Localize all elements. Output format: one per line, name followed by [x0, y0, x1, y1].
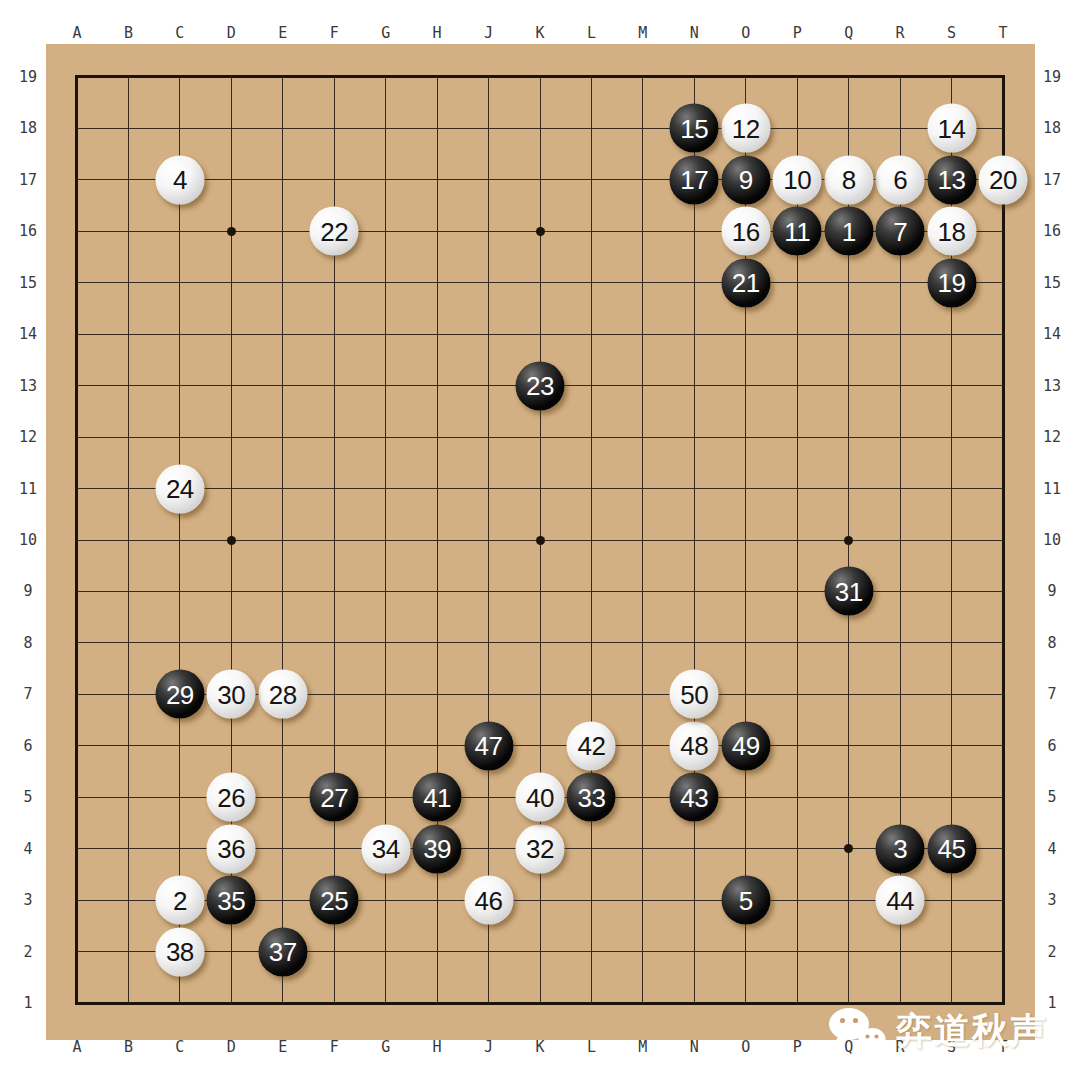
stone-black-7: 7: [876, 207, 925, 256]
move-number: 31: [835, 578, 863, 604]
row-label-right: 4: [1047, 840, 1056, 858]
move-number: 26: [217, 784, 245, 810]
row-label-right: 14: [1043, 325, 1061, 343]
stone-black-1: 1: [824, 207, 873, 256]
stone-black-49: 49: [721, 721, 770, 770]
column-label-bottom: A: [72, 1038, 81, 1056]
column-label-top: O: [741, 24, 750, 42]
stone-black-47: 47: [464, 721, 513, 770]
stone-black-11: 11: [773, 207, 822, 256]
column-label-bottom: R: [896, 1038, 905, 1056]
stone-white-32: 32: [516, 824, 565, 873]
move-number: 12: [732, 115, 760, 141]
column-label-bottom: E: [278, 1038, 287, 1056]
stone-black-9: 9: [721, 155, 770, 204]
move-number: 23: [526, 373, 554, 399]
row-label-right: 16: [1043, 222, 1061, 240]
move-number: 48: [680, 733, 708, 759]
move-number: 41: [423, 784, 451, 810]
stone-black-41: 41: [413, 773, 462, 822]
move-number: 13: [938, 167, 966, 193]
row-label-right: 5: [1047, 788, 1056, 806]
row-label-right: 15: [1043, 274, 1061, 292]
row-label-left: 2: [23, 943, 32, 961]
grid-line-vertical: [591, 77, 592, 1003]
stone-white-20: 20: [979, 155, 1028, 204]
move-number: 28: [269, 681, 297, 707]
stone-black-17: 17: [670, 155, 719, 204]
row-label-right: 2: [1047, 943, 1056, 961]
move-number: 18: [938, 218, 966, 244]
column-label-bottom: K: [535, 1038, 544, 1056]
stone-black-33: 33: [567, 773, 616, 822]
move-number: 50: [680, 681, 708, 707]
column-label-top: Q: [844, 24, 853, 42]
column-label-bottom: N: [690, 1038, 699, 1056]
column-label-bottom: P: [793, 1038, 802, 1056]
column-label-top: E: [278, 24, 287, 42]
stone-black-27: 27: [310, 773, 359, 822]
star-point: [227, 536, 236, 545]
stone-black-13: 13: [927, 155, 976, 204]
row-label-left: 10: [19, 531, 37, 549]
row-label-left: 6: [23, 737, 32, 755]
stone-white-24: 24: [155, 464, 204, 513]
move-number: 30: [217, 681, 245, 707]
move-number: 16: [732, 218, 760, 244]
move-number: 2: [173, 887, 187, 913]
column-label-bottom: C: [175, 1038, 184, 1056]
move-number: 22: [320, 218, 348, 244]
row-label-left: 4: [23, 840, 32, 858]
star-point: [227, 227, 236, 236]
stone-white-34: 34: [361, 824, 410, 873]
column-label-top: N: [690, 24, 699, 42]
column-label-bottom: O: [741, 1038, 750, 1056]
move-number: 1: [842, 218, 856, 244]
stone-white-18: 18: [927, 207, 976, 256]
row-label-left: 17: [19, 171, 37, 189]
go-move-diagram: AABBCCDDEEFFGGHHJJKKLLMMNNOOPPQQRRSSTT19…: [0, 0, 1080, 1080]
row-label-right: 18: [1043, 119, 1061, 137]
star-point: [536, 227, 545, 236]
move-number: 34: [372, 836, 400, 862]
column-label-top: F: [330, 24, 339, 42]
stone-white-2: 2: [155, 876, 204, 925]
stone-white-28: 28: [258, 670, 307, 719]
grid-line-horizontal: [77, 642, 1003, 643]
row-label-left: 16: [19, 222, 37, 240]
move-number: 43: [680, 784, 708, 810]
stone-white-6: 6: [876, 155, 925, 204]
row-label-left: 14: [19, 325, 37, 343]
stone-white-40: 40: [516, 773, 565, 822]
stone-black-25: 25: [310, 876, 359, 925]
move-number: 36: [217, 836, 245, 862]
column-label-bottom: L: [587, 1038, 596, 1056]
move-number: 44: [886, 887, 914, 913]
row-label-right: 1: [1047, 994, 1056, 1012]
column-label-bottom: F: [330, 1038, 339, 1056]
move-number: 24: [166, 476, 194, 502]
column-label-bottom: B: [124, 1038, 133, 1056]
stone-white-4: 4: [155, 155, 204, 204]
row-label-left: 19: [19, 68, 37, 86]
move-number: 47: [475, 733, 503, 759]
row-label-right: 12: [1043, 428, 1061, 446]
column-label-bottom: T: [998, 1038, 1007, 1056]
move-number: 46: [475, 887, 503, 913]
row-label-left: 5: [23, 788, 32, 806]
row-label-left: 12: [19, 428, 37, 446]
move-number: 19: [938, 270, 966, 296]
column-label-top: B: [124, 24, 133, 42]
move-number: 6: [893, 167, 907, 193]
column-label-bottom: H: [433, 1038, 442, 1056]
row-label-left: 1: [23, 994, 32, 1012]
move-number: 11: [784, 218, 810, 244]
row-label-left: 9: [23, 582, 32, 600]
move-number: 21: [732, 270, 760, 296]
row-label-left: 3: [23, 891, 32, 909]
move-number: 29: [166, 681, 194, 707]
move-number: 35: [217, 887, 245, 913]
column-label-bottom: Q: [844, 1038, 853, 1056]
stone-black-19: 19: [927, 258, 976, 307]
move-number: 17: [680, 167, 708, 193]
stone-black-35: 35: [207, 876, 256, 925]
row-label-left: 18: [19, 119, 37, 137]
row-label-right: 11: [1043, 480, 1061, 498]
stone-white-50: 50: [670, 670, 719, 719]
row-label-right: 17: [1043, 171, 1061, 189]
row-label-left: 7: [23, 685, 32, 703]
stone-white-36: 36: [207, 824, 256, 873]
row-label-left: 11: [19, 480, 37, 498]
move-number: 5: [739, 887, 753, 913]
column-label-top: T: [998, 24, 1007, 42]
stone-white-10: 10: [773, 155, 822, 204]
move-number: 14: [938, 115, 966, 141]
move-number: 40: [526, 784, 554, 810]
stone-black-39: 39: [413, 824, 462, 873]
grid-line-horizontal: [77, 951, 1003, 952]
stone-white-48: 48: [670, 721, 719, 770]
row-label-right: 13: [1043, 377, 1061, 395]
stone-black-5: 5: [721, 876, 770, 925]
move-number: 7: [893, 218, 907, 244]
column-label-top: K: [535, 24, 544, 42]
stone-white-44: 44: [876, 876, 925, 925]
move-number: 27: [320, 784, 348, 810]
stone-black-15: 15: [670, 104, 719, 153]
stone-white-8: 8: [824, 155, 873, 204]
stone-white-16: 16: [721, 207, 770, 256]
move-number: 3: [893, 836, 907, 862]
row-label-right: 19: [1043, 68, 1061, 86]
column-label-bottom: D: [227, 1038, 236, 1056]
stone-black-23: 23: [516, 361, 565, 410]
stone-black-45: 45: [927, 824, 976, 873]
move-number: 15: [680, 115, 708, 141]
stone-black-31: 31: [824, 567, 873, 616]
grid-line-horizontal: [77, 745, 1003, 746]
move-number: 20: [989, 167, 1017, 193]
row-label-right: 10: [1043, 531, 1061, 549]
row-label-right: 7: [1047, 685, 1056, 703]
column-label-top: C: [175, 24, 184, 42]
move-number: 4: [173, 167, 187, 193]
stone-black-29: 29: [155, 670, 204, 719]
move-number: 38: [166, 939, 194, 965]
stone-black-37: 37: [258, 927, 307, 976]
column-label-top: S: [947, 24, 956, 42]
stone-white-26: 26: [207, 773, 256, 822]
column-label-bottom: M: [638, 1038, 647, 1056]
row-label-right: 9: [1047, 582, 1056, 600]
row-label-left: 8: [23, 634, 32, 652]
move-number: 45: [938, 836, 966, 862]
move-number: 42: [577, 733, 605, 759]
move-number: 10: [783, 167, 811, 193]
row-label-left: 13: [19, 377, 37, 395]
move-number: 8: [842, 167, 856, 193]
stone-black-3: 3: [876, 824, 925, 873]
stone-white-38: 38: [155, 927, 204, 976]
column-label-top: M: [638, 24, 647, 42]
move-number: 49: [732, 733, 760, 759]
star-point: [844, 536, 853, 545]
grid-line-vertical: [694, 77, 695, 1003]
move-number: 9: [739, 167, 753, 193]
column-label-bottom: G: [381, 1038, 390, 1056]
stone-white-22: 22: [310, 207, 359, 256]
row-label-right: 8: [1047, 634, 1056, 652]
move-number: 39: [423, 836, 451, 862]
column-label-top: G: [381, 24, 390, 42]
stone-black-43: 43: [670, 773, 719, 822]
stone-white-30: 30: [207, 670, 256, 719]
column-label-top: A: [72, 24, 81, 42]
column-label-top: R: [896, 24, 905, 42]
stone-white-46: 46: [464, 876, 513, 925]
column-label-top: D: [227, 24, 236, 42]
star-point: [536, 536, 545, 545]
stone-black-21: 21: [721, 258, 770, 307]
row-label-right: 6: [1047, 737, 1056, 755]
column-label-top: P: [793, 24, 802, 42]
column-label-top: J: [484, 24, 493, 42]
stone-white-12: 12: [721, 104, 770, 153]
move-number: 37: [269, 939, 297, 965]
column-label-top: L: [587, 24, 596, 42]
move-number: 32: [526, 836, 554, 862]
column-label-top: H: [433, 24, 442, 42]
column-label-bottom: J: [484, 1038, 493, 1056]
row-label-right: 3: [1047, 891, 1056, 909]
stone-white-42: 42: [567, 721, 616, 770]
row-label-left: 15: [19, 274, 37, 292]
move-number: 33: [577, 784, 605, 810]
stone-white-14: 14: [927, 104, 976, 153]
move-number: 25: [320, 887, 348, 913]
column-label-bottom: S: [947, 1038, 956, 1056]
grid-line-vertical: [642, 77, 643, 1003]
